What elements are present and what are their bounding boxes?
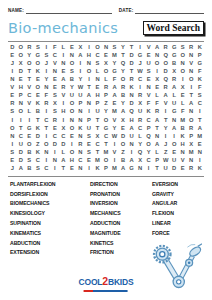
word-list-item[interactable]: MECHANICS	[90, 209, 152, 219]
grid-cell-r6c4[interactable]: O	[34, 83, 43, 91]
grid-cell-r15c10[interactable]: E	[85, 156, 94, 164]
grid-cell-r6c13[interactable]: A	[110, 83, 119, 91]
grid-cell-r14c7[interactable]: L	[59, 148, 68, 156]
grid-cell-r12c22[interactable]: P	[187, 132, 196, 140]
grid-cell-r11c6[interactable]: E	[51, 124, 60, 132]
grid-cell-r5c11[interactable]: N	[93, 75, 102, 83]
word-list-item[interactable]: BIOMECHANICS	[10, 199, 90, 209]
grid-cell-r3c7[interactable]: N	[59, 59, 68, 67]
grid-cell-r10c4[interactable]: T	[34, 115, 43, 123]
grid-cell-r7c3[interactable]: C	[25, 91, 34, 99]
grid-cell-r15c7[interactable]: A	[59, 156, 68, 164]
grid-cell-r16c6[interactable]: I	[51, 164, 60, 172]
grid-cell-r10c22[interactable]: O	[187, 115, 196, 123]
grid-cell-r1c20[interactable]: G	[170, 43, 179, 51]
grid-cell-r13c19[interactable]: J	[161, 140, 170, 148]
grid-cell-r8c4[interactable]: K	[34, 99, 43, 107]
grid-cell-r12c21[interactable]: K	[178, 132, 187, 140]
grid-cell-r7c9[interactable]: U	[76, 91, 85, 99]
grid-cell-r5c14[interactable]: O	[119, 75, 128, 83]
word-list-item[interactable]: ADDUCTION	[90, 219, 152, 229]
grid-cell-r4c2[interactable]: D	[17, 67, 26, 75]
grid-cell-r16c2[interactable]: A	[17, 164, 26, 172]
grid-cell-r2c4[interactable]: G	[34, 51, 43, 59]
grid-cell-r10c20[interactable]: N	[170, 115, 179, 123]
grid-cell-r10c2[interactable]: I	[17, 115, 26, 123]
grid-cell-r3c21[interactable]: N	[178, 59, 187, 67]
grid-cell-r3c12[interactable]: X	[102, 59, 111, 67]
grid-cell-r3c4[interactable]: O	[34, 59, 43, 67]
grid-cell-r3c20[interactable]: B	[170, 59, 179, 67]
grid-cell-r7c22[interactable]: T	[187, 91, 196, 99]
grid-cell-r7c23[interactable]: S	[195, 91, 204, 99]
grid-cell-r14c6[interactable]: I	[51, 148, 60, 156]
grid-cell-r2c9[interactable]: A	[76, 51, 85, 59]
grid-cell-r6c8[interactable]: Y	[68, 83, 77, 91]
grid-cell-r2c8[interactable]: N	[68, 51, 77, 59]
grid-cell-r8c17[interactable]: F	[144, 99, 153, 107]
grid-cell-r9c3[interactable]: L	[25, 107, 34, 115]
grid-cell-r15c11[interactable]: M	[93, 156, 102, 164]
grid-cell-r12c6[interactable]: C	[51, 132, 60, 140]
grid-cell-r9c21[interactable]: F	[178, 107, 187, 115]
grid-cell-r2c6[interactable]: C	[51, 51, 60, 59]
grid-cell-r1c11[interactable]: O	[93, 43, 102, 51]
grid-cell-r1c3[interactable]: R	[25, 43, 34, 51]
grid-cell-r11c5[interactable]: T	[42, 124, 51, 132]
grid-cell-r5c2[interactable]: E	[17, 75, 26, 83]
grid-cell-r4c23[interactable]: F	[195, 67, 204, 75]
grid-cell-r8c11[interactable]: P	[93, 99, 102, 107]
grid-cell-r2c19[interactable]: Q	[161, 51, 170, 59]
grid-cell-r3c10[interactable]: N	[85, 59, 94, 67]
grid-cell-r1c9[interactable]: X	[76, 43, 85, 51]
grid-cell-r9c1[interactable]: S	[8, 107, 17, 115]
grid-cell-r5c7[interactable]: A	[59, 75, 68, 83]
grid-cell-r15c22[interactable]: N	[187, 156, 196, 164]
grid-cell-r16c5[interactable]: C	[42, 164, 51, 172]
grid-cell-r8c9[interactable]: P	[76, 99, 85, 107]
grid-cell-r12c10[interactable]: S	[85, 132, 94, 140]
grid-cell-r4c20[interactable]: X	[170, 67, 179, 75]
grid-cell-r11c14[interactable]: E	[119, 124, 128, 132]
grid-cell-r5c23[interactable]: K	[195, 75, 204, 83]
grid-cell-r3c6[interactable]: V	[51, 59, 60, 67]
grid-cell-r8c12[interactable]: Z	[102, 99, 111, 107]
grid-cell-r1c18[interactable]: A	[153, 43, 162, 51]
grid-cell-r15c2[interactable]: D	[17, 156, 26, 164]
grid-cell-r3c8[interactable]: O	[68, 59, 77, 67]
grid-cell-r1c2[interactable]: O	[17, 43, 26, 51]
grid-cell-r1c17[interactable]: V	[144, 43, 153, 51]
grid-cell-r15c5[interactable]: I	[42, 156, 51, 164]
grid-cell-r12c7[interactable]: C	[59, 132, 68, 140]
grid-cell-r4c17[interactable]: S	[144, 67, 153, 75]
grid-cell-r9c7[interactable]: H	[59, 107, 68, 115]
grid-cell-r8c16[interactable]: X	[136, 99, 145, 107]
grid-cell-r11c17[interactable]: P	[144, 124, 153, 132]
grid-cell-r16c16[interactable]: N	[136, 164, 145, 172]
grid-cell-r16c21[interactable]: E	[178, 164, 187, 172]
word-list-item[interactable]: EXTENSION	[10, 248, 90, 258]
grid-cell-r1c19[interactable]: R	[161, 43, 170, 51]
grid-cell-r7c5[interactable]: F	[42, 91, 51, 99]
grid-cell-r2c23[interactable]: P	[195, 51, 204, 59]
grid-cell-r8c10[interactable]: N	[85, 99, 94, 107]
grid-cell-r14c13[interactable]: V	[110, 148, 119, 156]
grid-cell-r4c6[interactable]: N	[51, 67, 60, 75]
grid-cell-r2c17[interactable]: E	[144, 51, 153, 59]
grid-cell-r14c19[interactable]: Z	[161, 148, 170, 156]
grid-cell-r6c20[interactable]: A	[170, 83, 179, 91]
grid-cell-r11c21[interactable]: B	[178, 124, 187, 132]
word-list-item[interactable]: KINEMATICS	[10, 229, 90, 239]
grid-cell-r4c7[interactable]: E	[59, 67, 68, 75]
grid-cell-r6c18[interactable]: E	[153, 83, 162, 91]
grid-cell-r6c1[interactable]: V	[8, 83, 17, 91]
grid-cell-r11c9[interactable]: K	[76, 124, 85, 132]
grid-cell-r14c3[interactable]: B	[25, 148, 34, 156]
grid-cell-r7c13[interactable]: A	[110, 91, 119, 99]
grid-cell-r16c4[interactable]: S	[34, 164, 43, 172]
word-list-item[interactable]: INVERSION	[90, 199, 152, 209]
grid-cell-r5c4[interactable]: E	[34, 75, 43, 83]
grid-cell-r9c13[interactable]: M	[110, 107, 119, 115]
grid-cell-r3c17[interactable]: U	[144, 59, 153, 67]
grid-cell-r12c20[interactable]: I	[170, 132, 179, 140]
name-field-line[interactable]	[26, 8, 112, 14]
grid-cell-r12c13[interactable]: W	[110, 132, 119, 140]
word-list-item[interactable]: KINESIOLOGY	[10, 209, 90, 219]
grid-cell-r4c13[interactable]: G	[110, 67, 119, 75]
grid-cell-r13c3[interactable]: O	[25, 140, 34, 148]
grid-cell-r5c20[interactable]: R	[170, 75, 179, 83]
grid-cell-r10c12[interactable]: O	[102, 115, 111, 123]
grid-cell-r13c18[interactable]: A	[153, 140, 162, 148]
grid-cell-r7c21[interactable]: E	[178, 91, 187, 99]
grid-cell-r3c9[interactable]: I	[76, 59, 85, 67]
grid-cell-r10c18[interactable]: A	[153, 115, 162, 123]
grid-cell-r14c23[interactable]: N	[195, 148, 204, 156]
grid-cell-r11c19[interactable]: Y	[161, 124, 170, 132]
grid-cell-r8c5[interactable]: R	[42, 99, 51, 107]
grid-cell-r16c15[interactable]: G	[127, 164, 136, 172]
grid-cell-r4c21[interactable]: O	[178, 67, 187, 75]
grid-cell-r16c10[interactable]: I	[85, 164, 94, 172]
grid-cell-r15c16[interactable]: X	[136, 156, 145, 164]
grid-cell-r2c1[interactable]: E	[8, 51, 17, 59]
grid-cell-r9c5[interactable]: I	[42, 107, 51, 115]
grid-cell-r5c8[interactable]: B	[68, 75, 77, 83]
word-list-item[interactable]: EVERSION	[152, 180, 212, 190]
grid-cell-r11c2[interactable]: T	[17, 124, 26, 132]
grid-cell-r4c19[interactable]: D	[161, 67, 170, 75]
word-list-item[interactable]: MAGNITUDE	[90, 229, 152, 239]
grid-cell-r5c10[interactable]: I	[85, 75, 94, 83]
grid-cell-r3c16[interactable]: J	[136, 59, 145, 67]
grid-cell-r16c17[interactable]: I	[144, 164, 153, 172]
grid-cell-r9c6[interactable]: S	[51, 107, 60, 115]
grid-cell-r10c16[interactable]: R	[136, 115, 145, 123]
grid-cell-r10c8[interactable]: N	[68, 115, 77, 123]
word-list-item[interactable]: ABDUCTION	[10, 239, 90, 249]
grid-cell-r11c13[interactable]: Y	[110, 124, 119, 132]
grid-cell-r16c14[interactable]: A	[119, 164, 128, 172]
grid-cell-r5c5[interactable]: Y	[42, 75, 51, 83]
grid-cell-r2c15[interactable]: D	[127, 51, 136, 59]
word-list-item[interactable]: FLEXION	[152, 209, 212, 219]
grid-cell-r1c1[interactable]: D	[8, 43, 17, 51]
grid-cell-r8c13[interactable]: E	[110, 99, 119, 107]
grid-cell-r5c18[interactable]: X	[153, 75, 162, 83]
grid-cell-r8c23[interactable]: C	[195, 99, 204, 107]
word-list-item[interactable]: KINETICS	[90, 239, 152, 249]
grid-cell-r13c9[interactable]: R	[76, 140, 85, 148]
grid-cell-r12c17[interactable]: Q	[144, 132, 153, 140]
word-list-item[interactable]: DIRECTION	[90, 180, 152, 190]
grid-cell-r13c12[interactable]: T	[102, 140, 111, 148]
grid-cell-r4c16[interactable]: W	[136, 67, 145, 75]
grid-cell-r5c9[interactable]: Y	[76, 75, 85, 83]
grid-cell-r4c15[interactable]: T	[127, 67, 136, 75]
grid-cell-r4c1[interactable]: I	[8, 67, 17, 75]
grid-cell-r15c12[interactable]: O	[102, 156, 111, 164]
grid-cell-r14c8[interactable]: O	[68, 148, 77, 156]
grid-cell-r13c22[interactable]: X	[187, 140, 196, 148]
grid-cell-r9c20[interactable]: G	[170, 107, 179, 115]
grid-cell-r4c9[interactable]: I	[76, 67, 85, 75]
grid-cell-r15c9[interactable]: C	[76, 156, 85, 164]
grid-cell-r14c16[interactable]: Q	[136, 148, 145, 156]
grid-cell-r11c18[interactable]: T	[153, 124, 162, 132]
grid-cell-r6c7[interactable]: R	[59, 83, 68, 91]
grid-cell-r13c15[interactable]: N	[127, 140, 136, 148]
grid-cell-r3c14[interactable]: Q	[119, 59, 128, 67]
grid-cell-r4c11[interactable]: L	[93, 67, 102, 75]
grid-cell-r5c19[interactable]: Q	[161, 75, 170, 83]
grid-cell-r7c8[interactable]: U	[68, 91, 77, 99]
grid-cell-r5c12[interactable]: L	[102, 75, 111, 83]
grid-cell-r9c17[interactable]: K	[144, 107, 153, 115]
grid-cell-r16c19[interactable]: U	[161, 164, 170, 172]
grid-cell-r3c19[interactable]: O	[161, 59, 170, 67]
grid-cell-r1c23[interactable]: K	[195, 43, 204, 51]
grid-cell-r2c21[interactable]: O	[178, 51, 187, 59]
grid-cell-r15c8[interactable]: H	[68, 156, 77, 164]
grid-cell-r8c22[interactable]: A	[187, 99, 196, 107]
grid-cell-r14c18[interactable]: L	[153, 148, 162, 156]
grid-cell-r2c12[interactable]: E	[102, 51, 111, 59]
grid-cell-r3c13[interactable]: Y	[110, 59, 119, 67]
grid-cell-r5c16[interactable]: C	[136, 75, 145, 83]
grid-cell-r4c12[interactable]: O	[102, 67, 111, 75]
grid-cell-r14c9[interactable]: N	[76, 148, 85, 156]
grid-cell-r12c19[interactable]: I	[161, 132, 170, 140]
grid-cell-r3c1[interactable]: J	[8, 59, 17, 67]
grid-cell-r10c11[interactable]: T	[93, 115, 102, 123]
grid-cell-r9c19[interactable]: I	[161, 107, 170, 115]
grid-cell-r5c15[interactable]: R	[127, 75, 136, 83]
grid-cell-r15c1[interactable]: E	[8, 156, 17, 164]
grid-cell-r1c5[interactable]: I	[42, 43, 51, 51]
grid-cell-r12c8[interactable]: E	[68, 132, 77, 140]
grid-cell-r12c16[interactable]: L	[136, 132, 145, 140]
grid-cell-r6c5[interactable]: N	[42, 83, 51, 91]
grid-cell-r9c12[interactable]: Y	[102, 107, 111, 115]
grid-cell-r12c18[interactable]: N	[153, 132, 162, 140]
grid-cell-r15c14[interactable]: B	[119, 156, 128, 164]
grid-cell-r14c17[interactable]: Y	[144, 148, 153, 156]
word-list-item[interactable]: ANGULAR	[152, 199, 212, 209]
grid-cell-r7c19[interactable]: A	[161, 91, 170, 99]
grid-cell-r8c1[interactable]: R	[8, 99, 17, 107]
grid-cell-r15c13[interactable]: I	[110, 156, 119, 164]
grid-cell-r2c18[interactable]: N	[153, 51, 162, 59]
grid-cell-r9c4[interactable]: B	[34, 107, 43, 115]
grid-cell-r8c18[interactable]: F	[153, 99, 162, 107]
grid-cell-r3c5[interactable]: J	[42, 59, 51, 67]
grid-cell-r2c16[interactable]: G	[136, 51, 145, 59]
grid-cell-r1c10[interactable]: I	[85, 43, 94, 51]
grid-cell-r13c21[interactable]: H	[178, 140, 187, 148]
grid-cell-r1c22[interactable]: R	[187, 43, 196, 51]
grid-cell-r7c6[interactable]: S	[51, 91, 60, 99]
grid-cell-r12c4[interactable]: D	[34, 132, 43, 140]
grid-cell-r2c13[interactable]: M	[110, 51, 119, 59]
grid-cell-r6c22[interactable]: I	[187, 83, 196, 91]
grid-cell-r12c11[interactable]: X	[93, 132, 102, 140]
grid-cell-r14c10[interactable]: S	[85, 148, 94, 156]
grid-cell-r5c21[interactable]: I	[178, 75, 187, 83]
grid-cell-r7c12[interactable]: P	[102, 91, 111, 99]
grid-cell-r11c12[interactable]: G	[102, 124, 111, 132]
word-list-item[interactable]: LINEAR	[152, 219, 212, 229]
grid-cell-r16c18[interactable]: T	[153, 164, 162, 172]
grid-cell-r11c11[interactable]: T	[93, 124, 102, 132]
grid-cell-r3c22[interactable]: V	[187, 59, 196, 67]
grid-cell-r4c3[interactable]: T	[25, 67, 34, 75]
grid-cell-r9c15[interactable]: Q	[127, 107, 136, 115]
grid-cell-r14c2[interactable]: D	[17, 148, 26, 156]
grid-cell-r2c3[interactable]: Y	[25, 51, 34, 59]
grid-cell-r6c12[interactable]: R	[102, 83, 111, 91]
grid-cell-r16c8[interactable]: E	[68, 164, 77, 172]
grid-cell-r11c20[interactable]: A	[170, 124, 179, 132]
grid-cell-r5c22[interactable]: O	[187, 75, 196, 83]
grid-cell-r7c16[interactable]: R	[136, 91, 145, 99]
grid-cell-r1c13[interactable]: S	[110, 43, 119, 51]
grid-cell-r14c1[interactable]: S	[8, 148, 17, 156]
grid-cell-r11c10[interactable]: U	[85, 124, 94, 132]
grid-cell-r4c18[interactable]: I	[153, 67, 162, 75]
word-list-item[interactable]: PRONATION	[90, 190, 152, 200]
grid-cell-r2c14[interactable]: T	[119, 51, 128, 59]
grid-cell-r13c10[interactable]: E	[85, 140, 94, 148]
grid-cell-r13c6[interactable]: D	[51, 140, 60, 148]
grid-cell-r15c3[interactable]: S	[25, 156, 34, 164]
grid-cell-r4c14[interactable]: Y	[119, 67, 128, 75]
grid-cell-r2c2[interactable]: O	[17, 51, 26, 59]
grid-cell-r13c4[interactable]: Z	[34, 140, 43, 148]
grid-cell-r13c8[interactable]: I	[68, 140, 77, 148]
grid-cell-r6c15[interactable]: K	[127, 83, 136, 91]
grid-cell-r13c23[interactable]: E	[195, 140, 204, 148]
grid-cell-r1c12[interactable]: N	[102, 43, 111, 51]
grid-cell-r6c6[interactable]: E	[51, 83, 60, 91]
grid-cell-r12c12[interactable]: C	[102, 132, 111, 140]
word-list-item[interactable]: PLANTARFLEXION	[10, 180, 90, 190]
grid-cell-r2c20[interactable]: G	[170, 51, 179, 59]
grid-cell-r13c20[interactable]: O	[170, 140, 179, 148]
grid-cell-r4c22[interactable]: N	[187, 67, 196, 75]
grid-cell-r3c11[interactable]: S	[93, 59, 102, 67]
grid-cell-r7c2[interactable]: P	[17, 91, 26, 99]
grid-cell-r5c17[interactable]: E	[144, 75, 153, 83]
grid-cell-r15c19[interactable]: W	[161, 156, 170, 164]
grid-cell-r9c10[interactable]: I	[85, 107, 94, 115]
grid-cell-r1c21[interactable]: S	[178, 43, 187, 51]
grid-cell-r10c21[interactable]: M	[178, 115, 187, 123]
grid-cell-r3c23[interactable]: G	[195, 59, 204, 67]
grid-cell-r13c14[interactable]: O	[119, 140, 128, 148]
grid-cell-r4c5[interactable]: I	[42, 67, 51, 75]
grid-cell-r6c17[interactable]: N	[144, 83, 153, 91]
grid-cell-r10c17[interactable]: C	[144, 115, 153, 123]
grid-cell-r1c4[interactable]: S	[34, 43, 43, 51]
grid-cell-r10c5[interactable]: C	[42, 115, 51, 123]
grid-cell-r4c10[interactable]: O	[85, 67, 94, 75]
grid-cell-r15c20[interactable]: U	[170, 156, 179, 164]
word-list-item[interactable]: SUPINATION	[10, 219, 90, 229]
grid-cell-r9c14[interactable]: A	[119, 107, 128, 115]
grid-cell-r13c1[interactable]: I	[8, 140, 17, 148]
grid-cell-r9c9[interactable]: N	[76, 107, 85, 115]
grid-cell-r8c6[interactable]: X	[51, 99, 60, 107]
grid-cell-r13c17[interactable]: O	[144, 140, 153, 148]
grid-cell-r10c14[interactable]: X	[119, 115, 128, 123]
grid-cell-r5c13[interactable]: F	[110, 75, 119, 83]
grid-cell-r8c8[interactable]: O	[68, 99, 77, 107]
grid-cell-r6c21[interactable]: X	[178, 83, 187, 91]
grid-cell-r11c22[interactable]: R	[187, 124, 196, 132]
grid-cell-r14c11[interactable]: T	[93, 148, 102, 156]
grid-cell-r5c6[interactable]: E	[51, 75, 60, 83]
word-list-item[interactable]: FORCE	[152, 229, 212, 239]
grid-cell-r16c7[interactable]: T	[59, 164, 68, 172]
grid-cell-r11c15[interactable]: A	[127, 124, 136, 132]
grid-cell-r8c2[interactable]: N	[17, 99, 26, 107]
grid-cell-r7c20[interactable]: L	[170, 91, 179, 99]
grid-cell-r15c23[interactable]: I	[195, 156, 204, 164]
grid-cell-r6c11[interactable]: E	[93, 83, 102, 91]
grid-cell-r10c7[interactable]: I	[59, 115, 68, 123]
grid-cell-r14c22[interactable]: M	[187, 148, 196, 156]
grid-cell-r10c19[interactable]: T	[161, 115, 170, 123]
grid-cell-r10c23[interactable]: T	[195, 115, 204, 123]
grid-cell-r1c7[interactable]: L	[59, 43, 68, 51]
grid-cell-r12c9[interactable]: N	[76, 132, 85, 140]
grid-cell-r7c7[interactable]: V	[59, 91, 68, 99]
grid-cell-r7c10[interactable]: A	[85, 91, 94, 99]
grid-cell-r9c22[interactable]: N	[187, 107, 196, 115]
grid-cell-r14c15[interactable]: I	[127, 148, 136, 156]
grid-cell-r13c13[interactable]: I	[110, 140, 119, 148]
grid-cell-r12c1[interactable]: N	[8, 132, 17, 140]
grid-cell-r8c15[interactable]: D	[127, 99, 136, 107]
grid-cell-r16c9[interactable]: N	[76, 164, 85, 172]
grid-cell-r16c1[interactable]: J	[8, 164, 17, 172]
grid-cell-r10c9[interactable]: N	[76, 115, 85, 123]
